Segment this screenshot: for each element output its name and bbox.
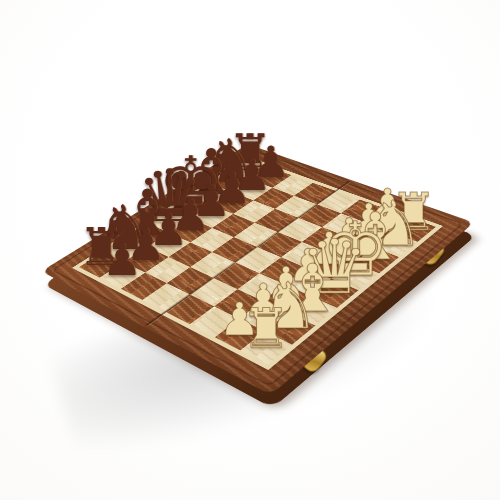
- piece-black-pawn[interactable]: ♟: [102, 238, 142, 282]
- pieces-layer: ♜♞♝♛♚♝♞♜♟♟♟♟♟♟♟♟♟♟♟♟♟♟♟♟♜♞♝♛♚♝♞♜: [0, 0, 500, 500]
- chess-set-photo-scene: ♜♞♝♛♚♝♞♜♟♟♟♟♟♟♟♟♟♟♟♟♟♟♟♟♜♞♝♛♚♝♞♜: [0, 0, 500, 500]
- piece-white-rook[interactable]: ♜: [242, 302, 291, 356]
